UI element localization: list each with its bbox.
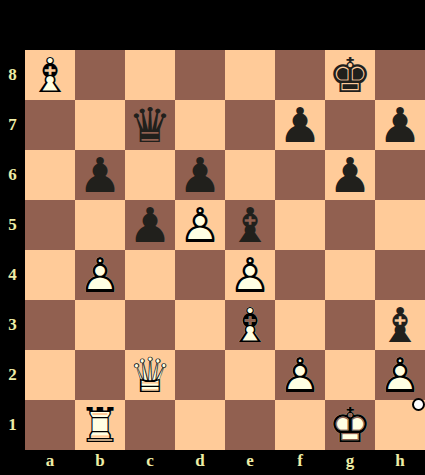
square-g4[interactable] bbox=[325, 250, 375, 300]
square-a5[interactable] bbox=[25, 200, 75, 250]
file-label-e: e bbox=[225, 450, 275, 475]
square-e3[interactable]: ♝♗ bbox=[225, 300, 275, 350]
square-c4[interactable] bbox=[125, 250, 175, 300]
piece-black-pawn: ♟ bbox=[275, 100, 325, 150]
square-e2[interactable] bbox=[225, 350, 275, 400]
square-a8[interactable]: ♝♗ bbox=[25, 50, 75, 100]
piece-black-pawn: ♟ bbox=[75, 150, 125, 200]
square-b6[interactable]: ♟ bbox=[75, 150, 125, 200]
square-e5[interactable]: ♝ bbox=[225, 200, 275, 250]
piece-black-queen: ♛ bbox=[125, 100, 175, 150]
square-a7[interactable] bbox=[25, 100, 75, 150]
square-b3[interactable] bbox=[75, 300, 125, 350]
square-c2[interactable]: ♛♕ bbox=[125, 350, 175, 400]
square-b8[interactable] bbox=[75, 50, 125, 100]
square-g1[interactable]: ♚♔ bbox=[325, 400, 375, 450]
rank-label-6: 6 bbox=[0, 150, 25, 200]
piece-white-pawn: ♟♙ bbox=[225, 250, 275, 300]
file-label-h: h bbox=[375, 450, 425, 475]
square-a3[interactable] bbox=[25, 300, 75, 350]
square-d1[interactable] bbox=[175, 400, 225, 450]
square-e1[interactable] bbox=[225, 400, 275, 450]
white-to-move-indicator bbox=[412, 398, 425, 411]
top-margin bbox=[0, 0, 425, 50]
square-a6[interactable] bbox=[25, 150, 75, 200]
square-c8[interactable] bbox=[125, 50, 175, 100]
square-a4[interactable] bbox=[25, 250, 75, 300]
square-d5[interactable]: ♟♙ bbox=[175, 200, 225, 250]
piece-black-bishop: ♝ bbox=[375, 300, 425, 350]
square-c1[interactable] bbox=[125, 400, 175, 450]
square-f2[interactable]: ♟♙ bbox=[275, 350, 325, 400]
square-g5[interactable] bbox=[325, 200, 375, 250]
square-g2[interactable] bbox=[325, 350, 375, 400]
square-g8[interactable]: ♚ bbox=[325, 50, 375, 100]
square-b5[interactable] bbox=[75, 200, 125, 250]
square-d4[interactable] bbox=[175, 250, 225, 300]
square-g3[interactable] bbox=[325, 300, 375, 350]
square-h3[interactable]: ♝ bbox=[375, 300, 425, 350]
piece-white-rook: ♜♖ bbox=[75, 400, 125, 450]
rank-label-7: 7 bbox=[0, 100, 25, 150]
square-c3[interactable] bbox=[125, 300, 175, 350]
square-f6[interactable] bbox=[275, 150, 325, 200]
square-g6[interactable]: ♟ bbox=[325, 150, 375, 200]
chess-diagram: 8 7 6 5 4 3 2 1 ♝♗♚♛♟♟♟♟♟♟♟♙♝♟♙♟♙♝♗♝♛♕♟♙… bbox=[0, 0, 425, 475]
square-e6[interactable] bbox=[225, 150, 275, 200]
square-b7[interactable] bbox=[75, 100, 125, 150]
square-f4[interactable] bbox=[275, 250, 325, 300]
file-labels: a b c d e f g h bbox=[25, 450, 425, 475]
piece-white-pawn: ♟♙ bbox=[175, 200, 225, 250]
piece-white-king: ♚♔ bbox=[325, 400, 375, 450]
square-h6[interactable] bbox=[375, 150, 425, 200]
chess-board: ♝♗♚♛♟♟♟♟♟♟♟♙♝♟♙♟♙♝♗♝♛♕♟♙♟♙♜♖♚♔ bbox=[25, 50, 425, 450]
file-label-g: g bbox=[325, 450, 375, 475]
piece-black-king: ♚ bbox=[325, 50, 375, 100]
square-c6[interactable] bbox=[125, 150, 175, 200]
piece-white-pawn: ♟♙ bbox=[375, 350, 425, 400]
rank-label-5: 5 bbox=[0, 200, 25, 250]
rank-label-3: 3 bbox=[0, 300, 25, 350]
piece-black-pawn: ♟ bbox=[125, 200, 175, 250]
square-d3[interactable] bbox=[175, 300, 225, 350]
file-label-b: b bbox=[75, 450, 125, 475]
rank-label-8: 8 bbox=[0, 50, 25, 100]
piece-white-bishop: ♝♗ bbox=[25, 50, 75, 100]
file-label-c: c bbox=[125, 450, 175, 475]
square-f8[interactable] bbox=[275, 50, 325, 100]
square-b1[interactable]: ♜♖ bbox=[75, 400, 125, 450]
square-e4[interactable]: ♟♙ bbox=[225, 250, 275, 300]
square-c5[interactable]: ♟ bbox=[125, 200, 175, 250]
rank-label-1: 1 bbox=[0, 400, 25, 450]
square-e8[interactable] bbox=[225, 50, 275, 100]
piece-white-pawn: ♟♙ bbox=[275, 350, 325, 400]
piece-black-pawn: ♟ bbox=[325, 150, 375, 200]
piece-black-bishop: ♝ bbox=[225, 200, 275, 250]
square-f3[interactable] bbox=[275, 300, 325, 350]
rank-label-2: 2 bbox=[0, 350, 25, 400]
piece-black-pawn: ♟ bbox=[175, 150, 225, 200]
piece-white-queen: ♛♕ bbox=[125, 350, 175, 400]
piece-black-pawn: ♟ bbox=[375, 100, 425, 150]
square-f7[interactable]: ♟ bbox=[275, 100, 325, 150]
square-d8[interactable] bbox=[175, 50, 225, 100]
rank-labels: 8 7 6 5 4 3 2 1 bbox=[0, 50, 25, 450]
file-label-f: f bbox=[275, 450, 325, 475]
square-b2[interactable] bbox=[75, 350, 125, 400]
square-h4[interactable] bbox=[375, 250, 425, 300]
square-h8[interactable] bbox=[375, 50, 425, 100]
square-f5[interactable] bbox=[275, 200, 325, 250]
square-d6[interactable]: ♟ bbox=[175, 150, 225, 200]
square-h2[interactable]: ♟♙ bbox=[375, 350, 425, 400]
square-c7[interactable]: ♛ bbox=[125, 100, 175, 150]
piece-white-pawn: ♟♙ bbox=[75, 250, 125, 300]
rank-label-4: 4 bbox=[0, 250, 25, 300]
square-a1[interactable] bbox=[25, 400, 75, 450]
square-h7[interactable]: ♟ bbox=[375, 100, 425, 150]
square-e7[interactable] bbox=[225, 100, 275, 150]
square-f1[interactable] bbox=[275, 400, 325, 450]
square-a2[interactable] bbox=[25, 350, 75, 400]
square-g7[interactable] bbox=[325, 100, 375, 150]
square-d2[interactable] bbox=[175, 350, 225, 400]
square-d7[interactable] bbox=[175, 100, 225, 150]
file-label-d: d bbox=[175, 450, 225, 475]
square-b4[interactable]: ♟♙ bbox=[75, 250, 125, 300]
file-label-a: a bbox=[25, 450, 75, 475]
piece-white-bishop: ♝♗ bbox=[225, 300, 275, 350]
square-h5[interactable] bbox=[375, 200, 425, 250]
